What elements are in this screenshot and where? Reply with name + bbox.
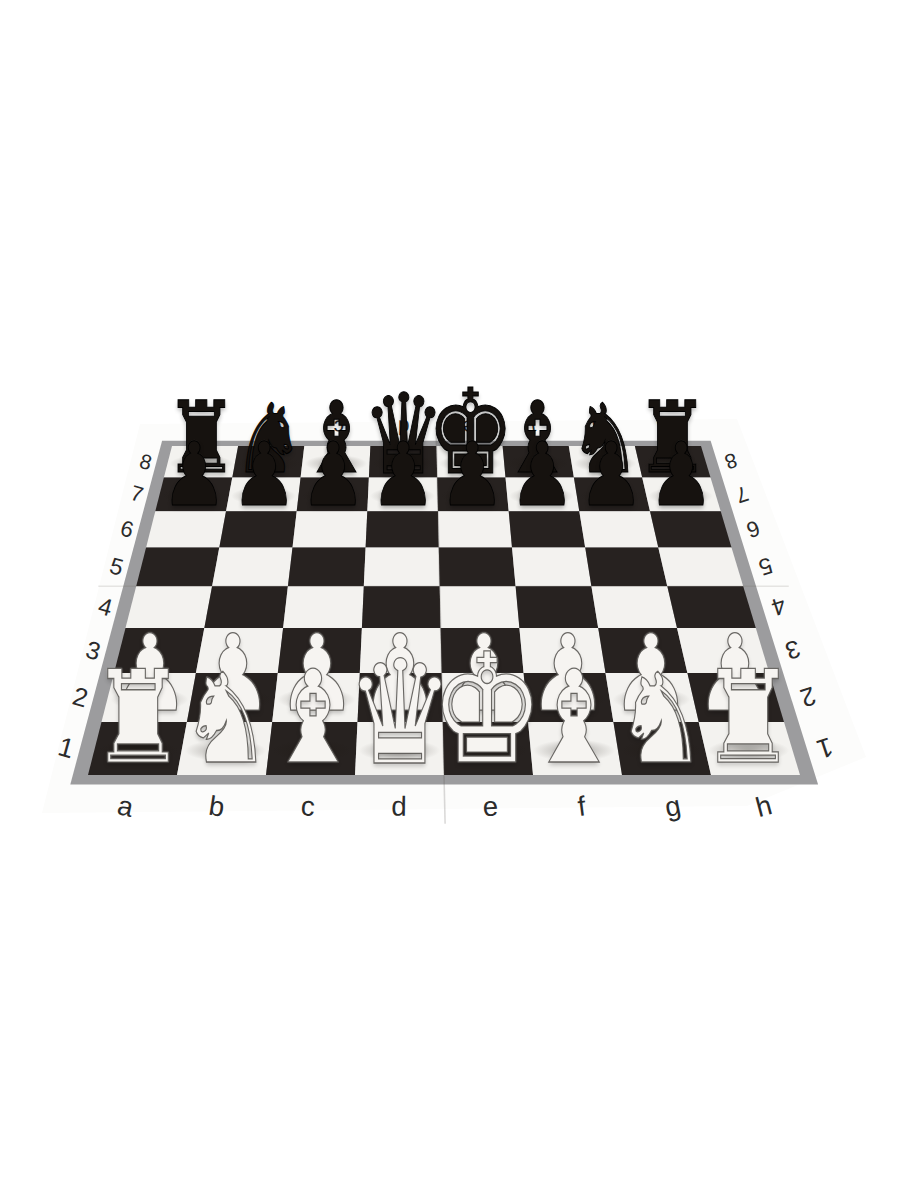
square-h5	[658, 547, 743, 586]
square-h1	[699, 722, 800, 775]
square-e3	[441, 628, 524, 673]
square-c6	[293, 511, 368, 547]
square-d2	[358, 673, 443, 722]
square-g1	[613, 722, 711, 775]
square-d1	[355, 722, 444, 775]
square-e7	[437, 478, 509, 512]
square-h6	[650, 511, 732, 547]
square-b3	[196, 628, 283, 673]
square-c1	[266, 722, 358, 775]
square-h3	[677, 628, 769, 673]
square-a4	[126, 586, 213, 628]
square-a3	[114, 628, 204, 673]
square-a5	[136, 547, 219, 586]
square-g6	[579, 511, 658, 547]
file-label-e-near: e	[482, 790, 499, 822]
square-b6	[219, 511, 296, 547]
square-h8	[635, 446, 711, 478]
square-f7	[506, 478, 580, 512]
square-d5	[364, 547, 440, 586]
square-b1	[177, 722, 272, 775]
square-f6	[509, 511, 586, 547]
square-g3	[598, 628, 687, 673]
square-e6	[438, 511, 512, 547]
square-e2	[442, 673, 528, 722]
square-c5	[288, 547, 366, 586]
square-c2	[272, 673, 360, 722]
square-b2	[187, 673, 278, 722]
square-e1	[443, 722, 533, 775]
square-g4	[591, 586, 677, 628]
square-d6	[366, 511, 439, 547]
square-c4	[283, 586, 364, 628]
square-d4	[362, 586, 441, 628]
file-label-d-near: d	[391, 791, 407, 822]
square-c3	[278, 628, 362, 673]
square-b4	[204, 586, 288, 628]
square-d3	[360, 628, 442, 673]
file-label-e-far: e	[462, 416, 475, 440]
square-a1	[88, 722, 187, 775]
square-h2	[687, 673, 784, 722]
square-a6	[146, 511, 226, 547]
square-f4	[516, 586, 599, 628]
square-e5	[439, 547, 516, 586]
file-label-d-far: d	[398, 416, 410, 439]
square-b7	[226, 478, 301, 512]
square-e8	[437, 446, 506, 478]
square-f2	[524, 673, 614, 722]
square-f8	[503, 446, 574, 478]
square-f3	[519, 628, 605, 673]
chess-set-product-photo: aabbccddeeffgghh1122334455667788 ♜♞♝♛♚♝♞…	[0, 0, 900, 1200]
square-d8	[369, 446, 437, 478]
file-label-c-near: c	[300, 790, 316, 822]
square-c8	[301, 446, 371, 478]
square-g8	[569, 446, 642, 478]
square-a7	[155, 478, 232, 512]
square-d7	[367, 478, 438, 512]
square-f1	[528, 722, 622, 775]
square-h7	[642, 478, 721, 512]
file-label-b-far: b	[267, 416, 282, 440]
square-a2	[102, 673, 196, 722]
file-label-c-far: c	[333, 416, 345, 440]
chessboard-mat: aabbccddeeffgghh1122334455667788	[0, 0, 900, 1200]
file-label-b-near: b	[207, 790, 227, 823]
square-g5	[585, 547, 667, 586]
square-h4	[667, 586, 756, 628]
square-c7	[297, 478, 369, 512]
square-b5	[212, 547, 292, 586]
square-a8	[164, 446, 238, 478]
square-e4	[440, 586, 520, 628]
square-f5	[512, 547, 591, 586]
square-g2	[606, 673, 699, 722]
square-b8	[232, 446, 304, 478]
square-g7	[574, 478, 650, 512]
